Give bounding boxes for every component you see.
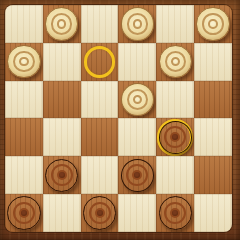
square-a5[interactable] bbox=[5, 43, 43, 81]
square-a1[interactable] bbox=[5, 194, 43, 232]
square-f3 bbox=[194, 118, 232, 156]
dark-man-a1[interactable] bbox=[7, 196, 40, 229]
square-d3 bbox=[118, 118, 156, 156]
square-e5[interactable] bbox=[156, 43, 194, 81]
square-e6 bbox=[156, 5, 194, 43]
square-a2 bbox=[5, 156, 43, 194]
white-man-b6[interactable] bbox=[45, 7, 78, 40]
square-e4 bbox=[156, 81, 194, 119]
square-b1 bbox=[43, 194, 81, 232]
square-d6[interactable] bbox=[118, 5, 156, 43]
square-f6[interactable] bbox=[194, 5, 232, 43]
white-man-e5[interactable] bbox=[159, 45, 192, 78]
square-d4[interactable] bbox=[118, 81, 156, 119]
dark-man-e3[interactable] bbox=[159, 121, 192, 154]
square-e3[interactable] bbox=[156, 118, 194, 156]
square-b6[interactable] bbox=[43, 5, 81, 43]
square-d5 bbox=[118, 43, 156, 81]
square-c1[interactable] bbox=[81, 194, 119, 232]
square-e2 bbox=[156, 156, 194, 194]
square-b3 bbox=[43, 118, 81, 156]
square-c4 bbox=[81, 81, 119, 119]
square-c5[interactable] bbox=[81, 43, 119, 81]
white-man-f6[interactable] bbox=[196, 7, 229, 40]
move-target-highlight[interactable] bbox=[84, 46, 116, 78]
square-f4[interactable] bbox=[194, 81, 232, 119]
board-frame bbox=[0, 0, 240, 240]
square-c6 bbox=[81, 5, 119, 43]
checkers-board bbox=[5, 5, 232, 232]
white-man-d6[interactable] bbox=[121, 7, 154, 40]
dark-man-e1[interactable] bbox=[159, 196, 192, 229]
square-f5 bbox=[194, 43, 232, 81]
square-d2[interactable] bbox=[118, 156, 156, 194]
square-b4[interactable] bbox=[43, 81, 81, 119]
square-a3[interactable] bbox=[5, 118, 43, 156]
dark-man-d2[interactable] bbox=[121, 159, 154, 192]
square-b5 bbox=[43, 43, 81, 81]
square-a4 bbox=[5, 81, 43, 119]
square-c3[interactable] bbox=[81, 118, 119, 156]
square-f2[interactable] bbox=[194, 156, 232, 194]
square-e1[interactable] bbox=[156, 194, 194, 232]
square-b2[interactable] bbox=[43, 156, 81, 194]
square-a6 bbox=[5, 5, 43, 43]
square-f1 bbox=[194, 194, 232, 232]
square-c2 bbox=[81, 156, 119, 194]
dark-man-b2[interactable] bbox=[45, 159, 78, 192]
square-d1 bbox=[118, 194, 156, 232]
dark-man-c1[interactable] bbox=[83, 196, 116, 229]
white-man-d4[interactable] bbox=[121, 83, 154, 116]
white-man-a5[interactable] bbox=[7, 45, 40, 78]
